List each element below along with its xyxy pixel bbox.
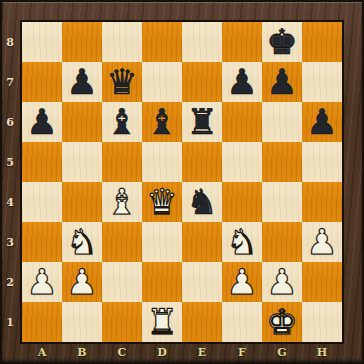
file-label-c: C [102,343,142,361]
file-label-e: E [182,343,222,361]
square-c2[interactable] [102,262,142,302]
square-e3[interactable] [182,222,222,262]
square-h7[interactable] [302,62,342,102]
square-b3[interactable]: ♞ [62,222,102,262]
black-pawn: ♟ [222,62,262,102]
square-e6[interactable]: ♜ [182,102,222,142]
square-h1[interactable] [302,302,342,342]
square-h5[interactable] [302,142,342,182]
white-bishop: ♝ [102,182,142,222]
rank-label-3: 3 [0,222,20,262]
square-g5[interactable] [262,142,302,182]
square-e5[interactable] [182,142,222,182]
square-b6[interactable] [62,102,102,142]
black-bishop: ♝ [142,102,182,142]
chess-diagram: ♚♟♛♟♟♟♝♝♜♟♝♛♞♞♞♟♟♟♟♟♜♚ 87654321 ABCDEFGH [0,0,364,364]
square-e8[interactable] [182,22,222,62]
rank-label-8: 8 [0,22,20,62]
square-c1[interactable] [102,302,142,342]
square-b5[interactable] [62,142,102,182]
square-g3[interactable] [262,222,302,262]
white-pawn: ♟ [222,262,262,302]
square-c3[interactable] [102,222,142,262]
white-king: ♚ [262,302,302,342]
black-bishop: ♝ [102,102,142,142]
white-pawn: ♟ [262,262,302,302]
square-f6[interactable] [222,102,262,142]
square-d5[interactable] [142,142,182,182]
square-e1[interactable] [182,302,222,342]
square-g4[interactable] [262,182,302,222]
square-g2[interactable]: ♟ [262,262,302,302]
file-label-h: H [302,343,342,361]
square-b7[interactable]: ♟ [62,62,102,102]
black-king: ♚ [262,22,302,62]
square-f5[interactable] [222,142,262,182]
square-h8[interactable] [302,22,342,62]
square-c6[interactable]: ♝ [102,102,142,142]
black-rook: ♜ [182,102,222,142]
file-label-f: F [222,343,262,361]
square-g7[interactable]: ♟ [262,62,302,102]
square-h2[interactable] [302,262,342,302]
square-d2[interactable] [142,262,182,302]
square-d7[interactable] [142,62,182,102]
black-queen: ♛ [102,62,142,102]
square-f3[interactable]: ♞ [222,222,262,262]
square-a5[interactable] [22,142,62,182]
square-a7[interactable] [22,62,62,102]
square-d6[interactable]: ♝ [142,102,182,142]
square-b1[interactable] [62,302,102,342]
black-pawn: ♟ [22,102,62,142]
square-f4[interactable] [222,182,262,222]
square-d1[interactable]: ♜ [142,302,182,342]
square-e7[interactable] [182,62,222,102]
white-queen: ♛ [142,182,182,222]
black-pawn: ♟ [62,62,102,102]
rank-label-6: 6 [0,102,20,142]
square-c5[interactable] [102,142,142,182]
square-h3[interactable]: ♟ [302,222,342,262]
white-pawn: ♟ [62,262,102,302]
square-a1[interactable] [22,302,62,342]
white-pawn: ♟ [22,262,62,302]
square-f8[interactable] [222,22,262,62]
black-knight: ♞ [182,182,222,222]
square-f1[interactable] [222,302,262,342]
chess-board: ♚♟♛♟♟♟♝♝♜♟♝♛♞♞♞♟♟♟♟♟♜♚ [20,20,344,344]
square-a3[interactable] [22,222,62,262]
square-a8[interactable] [22,22,62,62]
square-g8[interactable]: ♚ [262,22,302,62]
white-knight: ♞ [62,222,102,262]
rank-label-1: 1 [0,302,20,342]
rank-label-7: 7 [0,62,20,102]
black-pawn: ♟ [302,102,342,142]
rank-label-5: 5 [0,142,20,182]
file-label-a: A [22,343,62,361]
square-f2[interactable]: ♟ [222,262,262,302]
square-f7[interactable]: ♟ [222,62,262,102]
square-g6[interactable] [262,102,302,142]
square-a2[interactable]: ♟ [22,262,62,302]
file-label-g: G [262,343,302,361]
square-a4[interactable] [22,182,62,222]
white-rook: ♜ [142,302,182,342]
file-label-d: D [142,343,182,361]
square-d4[interactable]: ♛ [142,182,182,222]
white-pawn: ♟ [302,222,342,262]
square-e2[interactable] [182,262,222,302]
rank-label-2: 2 [0,262,20,302]
square-a6[interactable]: ♟ [22,102,62,142]
square-d3[interactable] [142,222,182,262]
square-c7[interactable]: ♛ [102,62,142,102]
square-b8[interactable] [62,22,102,62]
black-pawn: ♟ [262,62,302,102]
square-d8[interactable] [142,22,182,62]
square-c4[interactable]: ♝ [102,182,142,222]
square-c8[interactable] [102,22,142,62]
square-g1[interactable]: ♚ [262,302,302,342]
square-b2[interactable]: ♟ [62,262,102,302]
square-h4[interactable] [302,182,342,222]
rank-label-4: 4 [0,182,20,222]
square-e4[interactable]: ♞ [182,182,222,222]
white-knight: ♞ [222,222,262,262]
square-h6[interactable]: ♟ [302,102,342,142]
file-label-b: B [62,343,102,361]
square-b4[interactable] [62,182,102,222]
